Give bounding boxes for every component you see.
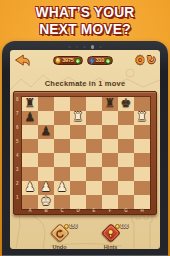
square-d6[interactable] <box>70 125 86 139</box>
piece-white-pawn-a2[interactable]: ♟ <box>22 181 38 195</box>
hints-cost-badge: 100 <box>115 223 129 229</box>
square-b3[interactable] <box>38 167 54 181</box>
file-label-B: B <box>38 208 54 213</box>
hints-label: Hints <box>94 244 128 250</box>
square-h8[interactable] <box>134 97 150 111</box>
rank-label-8: 8 <box>16 97 21 102</box>
square-c8[interactable] <box>54 97 70 111</box>
rank-label-1: 1 <box>16 195 21 200</box>
file-label-A: A <box>22 208 38 213</box>
headline-line-1: WHAT’S YOUR <box>7 3 163 20</box>
undo-cost: 150 <box>69 223 77 229</box>
square-f1[interactable] <box>102 195 118 209</box>
tablet-camera-dots <box>2 45 168 49</box>
square-e2[interactable] <box>86 181 102 195</box>
headline-line-2: NEXT MOVE? <box>7 20 163 37</box>
file-label-F: F <box>102 208 118 213</box>
piece-black-pawn-b6[interactable]: ♟ <box>38 125 54 139</box>
square-e6[interactable] <box>86 125 102 139</box>
piece-white-rook-d7[interactable]: ♜ <box>70 111 86 125</box>
square-a4[interactable] <box>22 153 38 167</box>
dot-active <box>91 45 95 49</box>
app-header-bar: 3975 + 310 + ⚙ ↻ <box>14 53 156 68</box>
rank-label-4: 4 <box>16 153 21 158</box>
dot <box>76 46 79 49</box>
square-d5[interactable] <box>70 139 86 153</box>
undo-arrow-icon <box>55 229 64 238</box>
square-g6[interactable] <box>118 125 134 139</box>
square-e4[interactable] <box>86 153 102 167</box>
square-f2[interactable] <box>102 181 118 195</box>
ad-background: WHAT’S YOUR NEXT MOVE? <box>0 0 170 256</box>
square-c6[interactable] <box>54 125 70 139</box>
square-g2[interactable] <box>118 181 134 195</box>
square-a1[interactable] <box>22 195 38 209</box>
file-label-C: C <box>54 208 70 213</box>
light-bulb-icon <box>107 229 115 238</box>
settings-gear-icon[interactable]: ⚙ <box>135 54 145 67</box>
undo-cost-badge: 150 <box>64 223 78 229</box>
file-label-H: H <box>134 208 150 213</box>
piece-white-pawn-b2[interactable]: ♟ <box>38 181 54 195</box>
square-f4[interactable] <box>102 153 118 167</box>
square-h6[interactable] <box>134 125 150 139</box>
square-c5[interactable] <box>54 139 70 153</box>
square-c3[interactable] <box>54 167 70 181</box>
square-h3[interactable] <box>134 167 150 181</box>
coin-add-button[interactable]: + <box>75 58 81 64</box>
back-button[interactable] <box>14 54 31 67</box>
piece-white-pawn-c2[interactable]: ♟ <box>54 181 70 195</box>
square-a5[interactable] <box>22 139 38 153</box>
rank-label-7: 7 <box>16 111 21 116</box>
square-d2[interactable] <box>70 181 86 195</box>
dot <box>68 46 71 49</box>
square-g3[interactable] <box>118 167 134 181</box>
square-d4[interactable] <box>70 153 86 167</box>
undo-label: Undo <box>43 244 77 250</box>
counters: 3975 + 310 + <box>31 56 135 65</box>
square-h4[interactable] <box>134 153 150 167</box>
rank-label-2: 2 <box>16 181 21 186</box>
rank-label-6: 6 <box>16 125 21 130</box>
square-d3[interactable] <box>70 167 86 181</box>
square-f6[interactable] <box>102 125 118 139</box>
square-f5[interactable] <box>102 139 118 153</box>
square-b4[interactable] <box>38 153 54 167</box>
square-b5[interactable] <box>38 139 54 153</box>
square-c4[interactable] <box>54 153 70 167</box>
coin-icon <box>115 224 120 229</box>
chess-board: ♜♜♚♟♟♜♜♟♟♟♚ 87654321ABCDEFGH <box>13 91 157 215</box>
square-b7[interactable] <box>38 111 54 125</box>
square-h2[interactable] <box>134 181 150 195</box>
square-e5[interactable] <box>86 139 102 153</box>
file-label-G: G <box>118 208 134 213</box>
hints-button[interactable]: 100 Hints <box>94 223 128 249</box>
energy-counter[interactable]: 310 + <box>87 56 114 65</box>
dot <box>99 46 102 49</box>
undo-button[interactable]: 150 Undo <box>43 223 77 249</box>
puzzle-title: Checkmate in 1 move <box>10 79 160 88</box>
action-buttons: 150 Undo 100 Hints <box>10 223 160 249</box>
square-a3[interactable] <box>22 167 38 181</box>
square-e1[interactable] <box>86 195 102 209</box>
hints-cost: 100 <box>120 223 128 229</box>
restart-icon[interactable]: ↻ <box>147 54 156 67</box>
square-a6[interactable] <box>22 125 38 139</box>
square-h5[interactable] <box>134 139 150 153</box>
square-h1[interactable] <box>134 195 150 209</box>
piece-white-king-b1[interactable]: ♚ <box>38 195 54 209</box>
rank-label-5: 5 <box>16 139 21 144</box>
coin-value: 3975 <box>62 56 73 65</box>
square-e7[interactable] <box>86 111 102 125</box>
square-d1[interactable] <box>70 195 86 209</box>
rank-label-3: 3 <box>16 167 21 172</box>
energy-add-button[interactable]: + <box>105 58 111 64</box>
square-c7[interactable] <box>54 111 70 125</box>
square-e3[interactable] <box>86 167 102 181</box>
square-e8[interactable] <box>86 97 102 111</box>
square-g7[interactable] <box>118 111 134 125</box>
square-g1[interactable] <box>118 195 134 209</box>
square-c1[interactable] <box>54 195 70 209</box>
piece-black-king-g8[interactable]: ♚ <box>118 97 134 111</box>
square-d8[interactable] <box>70 97 86 111</box>
header-right-buttons: ⚙ ↻ <box>135 54 156 67</box>
square-g5[interactable] <box>118 139 134 153</box>
coin-icon <box>64 224 69 229</box>
coin-counter[interactable]: 3975 + <box>53 56 83 65</box>
lightning-bolt-icon <box>89 57 95 65</box>
piece-black-rook-a8[interactable]: ♜ <box>22 97 38 111</box>
dot <box>83 46 86 49</box>
square-g4[interactable] <box>118 153 134 167</box>
square-f7[interactable] <box>102 111 118 125</box>
piece-black-rook-f8[interactable]: ♜ <box>102 97 118 111</box>
tablet-mockup: 3975 + 310 + ⚙ ↻ Checkmate in <box>2 41 168 256</box>
piece-white-rook-h7[interactable]: ♜ <box>134 111 150 125</box>
app-screen: 3975 + 310 + ⚙ ↻ Checkmate in <box>10 50 160 249</box>
file-label-E: E <box>86 208 102 213</box>
ad-headline: WHAT’S YOUR NEXT MOVE? <box>0 3 170 37</box>
energy-value: 310 <box>96 56 105 65</box>
square-b8[interactable] <box>38 97 54 111</box>
square-f3[interactable] <box>102 167 118 181</box>
gold-coin-icon <box>55 57 62 64</box>
file-label-D: D <box>70 208 86 213</box>
piece-black-pawn-a7[interactable]: ♟ <box>22 111 38 125</box>
